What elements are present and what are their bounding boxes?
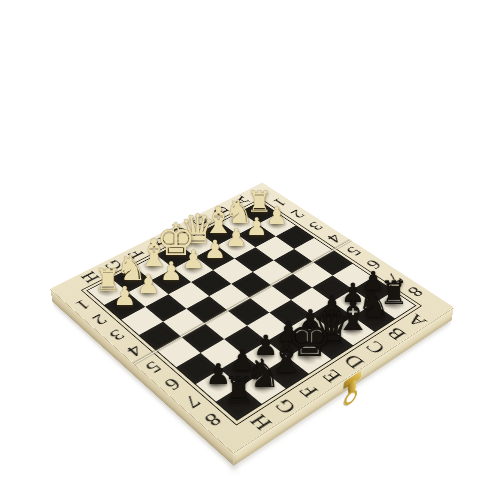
file-label: C: [189, 214, 213, 228]
file-label: D: [167, 224, 192, 239]
file-label: F: [124, 247, 148, 261]
rank-label: 5: [342, 244, 364, 258]
rank-label: 3: [305, 219, 326, 232]
file-label: A: [229, 194, 253, 208]
file-label: B: [209, 204, 233, 218]
rank-label: 8: [200, 409, 225, 429]
chess-set-photo: 11AA22BB33CC44DD55EE66FF77GG88HH ♜♞♝♛♚♝♞…: [0, 0, 500, 482]
chess-board: 11AA22BB33CC44DD55EE66FF77GG88HH: [50, 182, 454, 452]
clasp-ring-icon: [344, 387, 357, 408]
rank-label: 2: [287, 207, 308, 220]
board-scene: 11AA22BB33CC44DD55EE66FF77GG88HH: [0, 0, 500, 482]
file-label: G: [101, 257, 127, 273]
rank-label: 4: [323, 231, 345, 245]
file-label: E: [146, 235, 170, 249]
rank-label: 7: [382, 270, 405, 285]
file-label: H: [77, 269, 104, 286]
rank-label: 1: [269, 196, 290, 209]
